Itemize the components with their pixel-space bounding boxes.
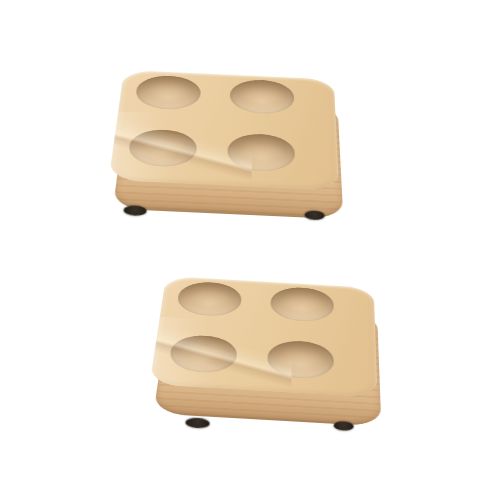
tray-bottom-pit-grid — [150, 276, 378, 398]
pit-b3[interactable] — [168, 334, 239, 374]
tray-top-3d-wrap — [116, 70, 333, 247]
pit-a2[interactable] — [229, 79, 294, 115]
tray-top-top-face — [109, 70, 340, 190]
rubber-foot-right — [304, 210, 324, 220]
pit-a3[interactable] — [127, 129, 198, 168]
pit-b2[interactable] — [270, 286, 335, 323]
wooden-tray-top — [110, 62, 370, 242]
product-photo-canvas — [0, 0, 500, 500]
rubber-foot-left — [123, 205, 146, 216]
tray-top-pit-grid — [109, 70, 340, 190]
pit-a4[interactable] — [227, 133, 296, 173]
pit-a1[interactable] — [134, 75, 202, 111]
pit-b1[interactable] — [175, 281, 242, 317]
rubber-foot-right — [333, 421, 353, 431]
tray-bottom-3d-wrap — [156, 276, 373, 456]
pit-b4[interactable] — [266, 340, 334, 380]
tray-bottom-top-face — [150, 276, 378, 398]
rubber-foot-left — [185, 417, 210, 428]
wooden-tray-bottom — [150, 266, 410, 446]
